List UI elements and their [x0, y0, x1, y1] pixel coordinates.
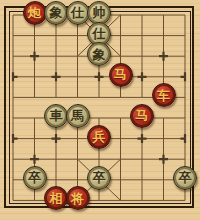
xiangqi-board: 炮象仕帅仕象马车車馬马兵卒卒卒相将 [0, 0, 200, 220]
piece-red-cannon[interactable]: 炮 [23, 1, 47, 25]
piece-wood-elephant-1[interactable]: 象 [44, 1, 68, 25]
piece-wood-soldier-3[interactable]: 卒 [173, 166, 197, 190]
piece-wood-soldier-2[interactable]: 卒 [87, 166, 111, 190]
piece-red-horse-1[interactable]: 马 [109, 63, 133, 87]
piece-red-chariot[interactable]: 车 [152, 83, 176, 107]
piece-red-general[interactable]: 将 [66, 186, 90, 210]
pieces-layer: 炮象仕帅仕象马车車馬马兵卒卒卒相将 [2, 5, 196, 211]
piece-red-elephant[interactable]: 相 [44, 186, 68, 210]
piece-wood-elephant-2[interactable]: 象 [87, 42, 111, 66]
piece-wood-horse[interactable]: 馬 [66, 104, 90, 128]
piece-red-soldier[interactable]: 兵 [87, 125, 111, 149]
piece-wood-advisor-1[interactable]: 仕 [66, 1, 90, 25]
piece-red-horse-2[interactable]: 马 [130, 104, 154, 128]
piece-wood-chariot[interactable]: 車 [44, 104, 68, 128]
piece-wood-soldier-1[interactable]: 卒 [23, 166, 47, 190]
